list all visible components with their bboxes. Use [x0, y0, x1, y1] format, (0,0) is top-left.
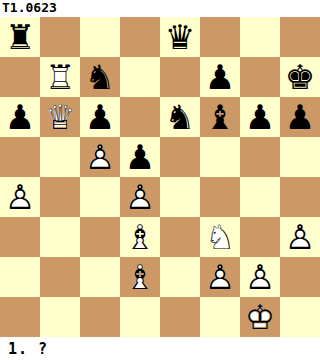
white-pawn-icon: ♟ [120, 177, 160, 217]
white-queen-icon: ♛ [40, 97, 80, 137]
square-e6[interactable]: ♞ [160, 97, 200, 137]
black-pawn-icon: ♟ [0, 97, 40, 137]
square-b2[interactable] [40, 257, 80, 297]
white-king-outline-icon: ♔ [240, 297, 280, 337]
square-f3[interactable]: ♞♘ [200, 217, 240, 257]
square-a6[interactable]: ♟ [0, 97, 40, 137]
square-a8[interactable]: ♜ [0, 17, 40, 57]
square-c5[interactable]: ♟♙ [80, 137, 120, 177]
square-d4[interactable]: ♟♙ [120, 177, 160, 217]
square-f2[interactable]: ♟♙ [200, 257, 240, 297]
white-pawn-icon: ♟ [200, 257, 240, 297]
header-bar: T1.0623 [0, 0, 320, 17]
square-d5[interactable]: ♟ [120, 137, 160, 177]
square-f6[interactable]: ♝ [200, 97, 240, 137]
white-knight-icon: ♞ [200, 217, 240, 257]
square-d6[interactable] [120, 97, 160, 137]
square-f5[interactable] [200, 137, 240, 177]
square-d2[interactable]: ♝♗ [120, 257, 160, 297]
square-b8[interactable] [40, 17, 80, 57]
square-f4[interactable] [200, 177, 240, 217]
white-bishop-outline-icon: ♗ [120, 257, 160, 297]
white-pawn-outline-icon: ♙ [120, 177, 160, 217]
square-h3[interactable]: ♟♙ [280, 217, 320, 257]
square-a1[interactable] [0, 297, 40, 337]
square-b7[interactable]: ♜♖ [40, 57, 80, 97]
black-knight-icon: ♞ [160, 97, 200, 137]
square-g3[interactable] [240, 217, 280, 257]
square-c2[interactable] [80, 257, 120, 297]
white-king-icon: ♚ [240, 297, 280, 337]
move-prompt: 1. ? [8, 340, 48, 358]
square-h6[interactable]: ♟ [280, 97, 320, 137]
white-pawn-icon: ♟ [0, 177, 40, 217]
square-d3[interactable]: ♝♗ [120, 217, 160, 257]
square-e2[interactable] [160, 257, 200, 297]
square-f7[interactable]: ♟ [200, 57, 240, 97]
black-rook-icon: ♜ [0, 17, 40, 57]
square-e7[interactable] [160, 57, 200, 97]
square-d1[interactable] [120, 297, 160, 337]
black-pawn-icon: ♟ [280, 97, 320, 137]
square-d8[interactable] [120, 17, 160, 57]
footer-bar: 1. ? [0, 337, 320, 360]
white-knight-outline-icon: ♘ [200, 217, 240, 257]
square-g1[interactable]: ♚♔ [240, 297, 280, 337]
square-a5[interactable] [0, 137, 40, 177]
square-c1[interactable] [80, 297, 120, 337]
square-e3[interactable] [160, 217, 200, 257]
white-pawn-icon: ♟ [80, 137, 120, 177]
chess-board: ♜♛♜♖♞♟♚♟♛♕♟♞♝♟♟♟♙♟♟♙♟♙♝♗♞♘♟♙♝♗♟♙♟♙♚♔ [0, 17, 320, 337]
white-rook-icon: ♜ [40, 57, 80, 97]
black-knight-icon: ♞ [80, 57, 120, 97]
square-a2[interactable] [0, 257, 40, 297]
black-pawn-icon: ♟ [80, 97, 120, 137]
square-c6[interactable]: ♟ [80, 97, 120, 137]
square-g8[interactable] [240, 17, 280, 57]
white-bishop-icon: ♝ [120, 257, 160, 297]
black-pawn-icon: ♟ [200, 57, 240, 97]
square-b6[interactable]: ♛♕ [40, 97, 80, 137]
square-c4[interactable] [80, 177, 120, 217]
black-bishop-icon: ♝ [200, 97, 240, 137]
square-a4[interactable]: ♟♙ [0, 177, 40, 217]
white-pawn-outline-icon: ♙ [200, 257, 240, 297]
white-pawn-outline-icon: ♙ [0, 177, 40, 217]
white-queen-outline-icon: ♕ [40, 97, 80, 137]
black-pawn-icon: ♟ [240, 97, 280, 137]
square-h8[interactable] [280, 17, 320, 57]
square-b3[interactable] [40, 217, 80, 257]
square-b4[interactable] [40, 177, 80, 217]
square-h5[interactable] [280, 137, 320, 177]
square-g4[interactable] [240, 177, 280, 217]
square-f8[interactable] [200, 17, 240, 57]
white-pawn-outline-icon: ♙ [80, 137, 120, 177]
white-pawn-icon: ♟ [240, 257, 280, 297]
black-pawn-icon: ♟ [120, 137, 160, 177]
square-g5[interactable] [240, 137, 280, 177]
white-rook-outline-icon: ♖ [40, 57, 80, 97]
white-bishop-outline-icon: ♗ [120, 217, 160, 257]
puzzle-id-title: T1.0623 [2, 0, 57, 15]
square-g7[interactable] [240, 57, 280, 97]
square-c8[interactable] [80, 17, 120, 57]
white-pawn-outline-icon: ♙ [240, 257, 280, 297]
square-a7[interactable] [0, 57, 40, 97]
square-c3[interactable] [80, 217, 120, 257]
square-h2[interactable] [280, 257, 320, 297]
square-e8[interactable]: ♛ [160, 17, 200, 57]
white-bishop-icon: ♝ [120, 217, 160, 257]
black-queen-icon: ♛ [160, 17, 200, 57]
square-b5[interactable] [40, 137, 80, 177]
square-f1[interactable] [200, 297, 240, 337]
white-pawn-icon: ♟ [280, 217, 320, 257]
square-e4[interactable] [160, 177, 200, 217]
square-e1[interactable] [160, 297, 200, 337]
square-a3[interactable] [0, 217, 40, 257]
square-g6[interactable]: ♟ [240, 97, 280, 137]
square-h1[interactable] [280, 297, 320, 337]
square-h7[interactable]: ♚ [280, 57, 320, 97]
square-d7[interactable] [120, 57, 160, 97]
square-g2[interactable]: ♟♙ [240, 257, 280, 297]
square-c7[interactable]: ♞ [80, 57, 120, 97]
white-pawn-outline-icon: ♙ [280, 217, 320, 257]
square-h4[interactable] [280, 177, 320, 217]
square-e5[interactable] [160, 137, 200, 177]
square-b1[interactable] [40, 297, 80, 337]
black-king-icon: ♚ [280, 57, 320, 97]
